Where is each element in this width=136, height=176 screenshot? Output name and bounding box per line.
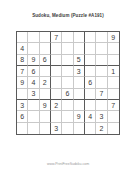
sudoku-cell — [51, 43, 62, 54]
sudoku-cell: 6 — [40, 55, 51, 66]
sudoku-cell: 9 — [74, 111, 85, 122]
sudoku-cell: 9 — [28, 55, 39, 66]
sudoku-page: Sudoku, Medium (Puzzle #A191) 7948965763… — [0, 0, 136, 176]
sudoku-cell: 3 — [51, 123, 62, 134]
footer-url: www.PrintFreeSudoku.com — [0, 162, 136, 167]
sudoku-cell: 3 — [28, 89, 39, 100]
sudoku-cell — [62, 111, 73, 122]
sudoku-cell — [96, 43, 107, 54]
sudoku-cell — [62, 77, 73, 88]
page-title: Sudoku, Medium (Puzzle #A191) — [0, 13, 136, 19]
sudoku-cell — [40, 123, 51, 134]
sudoku-cell — [62, 55, 73, 66]
sudoku-cell: 9 — [40, 100, 51, 111]
sudoku-cell — [62, 43, 73, 54]
sudoku-cell — [40, 32, 51, 43]
sudoku-cell — [40, 89, 51, 100]
sudoku-cell — [108, 43, 119, 54]
sudoku-cell — [96, 55, 107, 66]
sudoku-cell: 7 — [96, 89, 107, 100]
sudoku-cell: 5 — [74, 55, 85, 66]
sudoku-cell — [96, 77, 107, 88]
sudoku-cell — [51, 55, 62, 66]
sudoku-cell — [74, 32, 85, 43]
sudoku-cell: 3 — [17, 100, 28, 111]
sudoku-cell — [85, 43, 96, 54]
sudoku-cell — [51, 89, 62, 100]
sudoku-cell — [108, 55, 119, 66]
sudoku-cell — [85, 100, 96, 111]
sudoku-cell — [51, 66, 62, 77]
sudoku-cell — [108, 111, 119, 122]
sudoku-cell — [85, 32, 96, 43]
sudoku-cell — [28, 43, 39, 54]
sudoku-cell — [51, 77, 62, 88]
sudoku-cell: 2 — [96, 123, 107, 134]
sudoku-cell — [74, 89, 85, 100]
sudoku-cell — [85, 89, 96, 100]
sudoku-cell: 2 — [51, 100, 62, 111]
sudoku-cell: 7 — [108, 100, 119, 111]
sudoku-cell — [74, 43, 85, 54]
sudoku-cell — [62, 100, 73, 111]
sudoku-cell — [85, 66, 96, 77]
sudoku-cell — [28, 123, 39, 134]
sudoku-cell — [51, 111, 62, 122]
sudoku-cell — [17, 123, 28, 134]
sudoku-cell — [96, 32, 107, 43]
sudoku-cell — [40, 43, 51, 54]
sudoku-cell — [74, 77, 85, 88]
sudoku-cell — [28, 32, 39, 43]
sudoku-cell — [108, 123, 119, 134]
sudoku-cell: 2 — [40, 77, 51, 88]
sudoku-cell — [85, 55, 96, 66]
sudoku-cell — [74, 100, 85, 111]
sudoku-cell: 3 — [96, 111, 107, 122]
sudoku-cell — [74, 123, 85, 134]
sudoku-cell — [17, 89, 28, 100]
sudoku-cell: 8 — [17, 55, 28, 66]
sudoku-cell: 4 — [28, 77, 39, 88]
sudoku-cell — [40, 66, 51, 77]
sudoku-cell — [17, 32, 28, 43]
sudoku-cell: 6 — [62, 89, 73, 100]
sudoku-cell — [62, 123, 73, 134]
sudoku-cell — [85, 123, 96, 134]
sudoku-grid: 7948965763194263673927694332 — [16, 31, 120, 135]
sudoku-cell — [62, 66, 73, 77]
sudoku-cell — [28, 100, 39, 111]
sudoku-cell: 7 — [51, 32, 62, 43]
sudoku-cell — [62, 32, 73, 43]
sudoku-cell: 9 — [17, 77, 28, 88]
sudoku-cell — [96, 66, 107, 77]
sudoku-cell — [108, 77, 119, 88]
sudoku-cell: 6 — [85, 77, 96, 88]
sudoku-cell: 9 — [108, 32, 119, 43]
sudoku-cell: 1 — [108, 66, 119, 77]
sudoku-cell: 6 — [28, 66, 39, 77]
sudoku-cell — [108, 89, 119, 100]
sudoku-cell: 7 — [17, 66, 28, 77]
sudoku-cell — [28, 111, 39, 122]
sudoku-cell: 3 — [74, 66, 85, 77]
sudoku-cell: 4 — [85, 111, 96, 122]
sudoku-cell — [96, 100, 107, 111]
sudoku-cell: 6 — [17, 111, 28, 122]
sudoku-cell: 4 — [17, 43, 28, 54]
sudoku-cell — [40, 111, 51, 122]
